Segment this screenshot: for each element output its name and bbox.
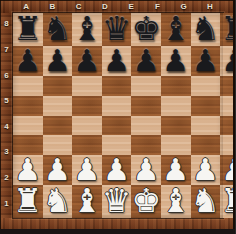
- piece-black-bishop-c8[interactable]: ♝: [72, 12, 102, 45]
- piece-white-rook-h1[interactable]: ♜: [220, 184, 235, 217]
- square-f4[interactable]: [161, 116, 191, 136]
- piece-white-pawn-e2[interactable]: ♟: [133, 155, 160, 185]
- square-c1[interactable]: ♝: [72, 185, 102, 218]
- square-h3[interactable]: [220, 135, 235, 155]
- square-c7[interactable]: ♟: [72, 46, 102, 76]
- piece-black-pawn-f7[interactable]: ♟: [162, 46, 189, 76]
- piece-black-king-e8[interactable]: ♚: [131, 12, 161, 45]
- square-f7[interactable]: ♟: [161, 46, 191, 76]
- rank-label-6: 6: [0, 62, 13, 88]
- rank-label-1: 1: [0, 190, 13, 216]
- board-frame-bottom: [0, 218, 235, 234]
- file-labels: ABCDEFGH: [13, 0, 223, 13]
- square-f5[interactable]: [161, 96, 191, 116]
- square-f8[interactable]: ♝: [161, 13, 191, 46]
- square-b3[interactable]: [43, 135, 73, 155]
- square-a5[interactable]: [13, 96, 43, 116]
- piece-white-pawn-h2[interactable]: ♟: [222, 155, 236, 185]
- file-label-f: F: [144, 0, 170, 13]
- piece-black-pawn-e7[interactable]: ♟: [133, 46, 160, 76]
- piece-white-rook-a1[interactable]: ♜: [13, 184, 43, 217]
- square-b1[interactable]: ♞: [43, 185, 73, 218]
- rank-label-7: 7: [0, 37, 13, 63]
- square-b5[interactable]: [43, 96, 73, 116]
- piece-black-rook-a8[interactable]: ♜: [13, 12, 43, 45]
- piece-black-pawn-b7[interactable]: ♟: [44, 46, 71, 76]
- chess-board-widget: ABCDEFGH 87654321 ♜♞♝♛♚♝♞♜♟♟♟♟♟♟♟♟♟♟♟♟♟♟…: [0, 0, 235, 234]
- square-h5[interactable]: [220, 96, 235, 116]
- file-label-c: C: [66, 0, 92, 13]
- square-e5[interactable]: [131, 96, 161, 116]
- piece-white-pawn-g2[interactable]: ♟: [192, 155, 219, 185]
- piece-black-rook-h8[interactable]: ♜: [220, 12, 235, 45]
- square-e2[interactable]: ♟: [131, 155, 161, 185]
- square-d1[interactable]: ♛: [102, 185, 132, 218]
- square-h1[interactable]: ♜: [220, 185, 235, 218]
- square-d5[interactable]: [102, 96, 132, 116]
- square-a1[interactable]: ♜: [13, 185, 43, 218]
- square-f1[interactable]: ♝: [161, 185, 191, 218]
- piece-white-knight-b1[interactable]: ♞: [43, 184, 73, 217]
- square-d3[interactable]: [102, 135, 132, 155]
- square-e4[interactable]: [131, 116, 161, 136]
- square-h8[interactable]: ♜: [220, 13, 235, 46]
- square-a8[interactable]: ♜: [13, 13, 43, 46]
- square-c3[interactable]: [72, 135, 102, 155]
- file-label-h: H: [197, 0, 223, 13]
- piece-black-pawn-a7[interactable]: ♟: [14, 46, 41, 76]
- piece-white-pawn-d2[interactable]: ♟: [103, 155, 130, 185]
- square-e7[interactable]: ♟: [131, 46, 161, 76]
- file-label-g: G: [171, 0, 197, 13]
- square-c5[interactable]: [72, 96, 102, 116]
- square-a4[interactable]: [13, 116, 43, 136]
- square-g2[interactable]: ♟: [191, 155, 221, 185]
- square-d4[interactable]: [102, 116, 132, 136]
- rank-labels: 87654321: [0, 13, 13, 218]
- chess-board: ♜♞♝♛♚♝♞♜♟♟♟♟♟♟♟♟♟♟♟♟♟♟♟♟♜♞♝♛♚♝♞♜: [13, 13, 223, 218]
- square-a2[interactable]: ♟: [13, 155, 43, 185]
- square-d8[interactable]: ♛: [102, 13, 132, 46]
- piece-white-queen-d1[interactable]: ♛: [102, 184, 132, 217]
- square-a6[interactable]: [13, 76, 43, 96]
- piece-black-bishop-f8[interactable]: ♝: [161, 12, 191, 45]
- rank-label-5: 5: [0, 88, 13, 114]
- piece-black-knight-b8[interactable]: ♞: [43, 12, 73, 45]
- square-b2[interactable]: ♟: [43, 155, 73, 185]
- piece-white-pawn-f2[interactable]: ♟: [162, 155, 189, 185]
- piece-white-king-e1[interactable]: ♚: [131, 184, 161, 217]
- piece-white-knight-g1[interactable]: ♞: [191, 184, 221, 217]
- rank-label-3: 3: [0, 139, 13, 165]
- square-g3[interactable]: [191, 135, 221, 155]
- square-g5[interactable]: [191, 96, 221, 116]
- square-h4[interactable]: [220, 116, 235, 136]
- piece-black-pawn-g7[interactable]: ♟: [192, 46, 219, 76]
- square-g1[interactable]: ♞: [191, 185, 221, 218]
- piece-black-pawn-d7[interactable]: ♟: [103, 46, 130, 76]
- piece-black-pawn-h7[interactable]: ♟: [222, 46, 236, 76]
- rank-label-2: 2: [0, 165, 13, 191]
- piece-white-pawn-b2[interactable]: ♟: [44, 155, 71, 185]
- square-h2[interactable]: ♟: [220, 155, 235, 185]
- square-f3[interactable]: [161, 135, 191, 155]
- square-d2[interactable]: ♟: [102, 155, 132, 185]
- piece-white-pawn-c2[interactable]: ♟: [74, 155, 101, 185]
- file-label-a: A: [13, 0, 39, 13]
- piece-white-bishop-f1[interactable]: ♝: [161, 184, 191, 217]
- square-c6[interactable]: [72, 76, 102, 96]
- square-e1[interactable]: ♚: [131, 185, 161, 218]
- square-a7[interactable]: ♟: [13, 46, 43, 76]
- piece-white-pawn-a2[interactable]: ♟: [14, 155, 41, 185]
- file-label-d: D: [92, 0, 118, 13]
- square-d7[interactable]: ♟: [102, 46, 132, 76]
- square-c8[interactable]: ♝: [72, 13, 102, 46]
- square-b4[interactable]: [43, 116, 73, 136]
- square-g8[interactable]: ♞: [191, 13, 221, 46]
- square-b7[interactable]: ♟: [43, 46, 73, 76]
- square-h6[interactable]: [220, 76, 235, 96]
- square-h7[interactable]: ♟: [220, 46, 235, 76]
- square-b8[interactable]: ♞: [43, 13, 73, 46]
- square-f6[interactable]: [161, 76, 191, 96]
- square-e3[interactable]: [131, 135, 161, 155]
- square-d6[interactable]: [102, 76, 132, 96]
- square-c4[interactable]: [72, 116, 102, 136]
- square-b6[interactable]: [43, 76, 73, 96]
- square-g4[interactable]: [191, 116, 221, 136]
- square-f2[interactable]: ♟: [161, 155, 191, 185]
- file-label-b: B: [39, 0, 65, 13]
- square-a3[interactable]: [13, 135, 43, 155]
- piece-white-bishop-c1[interactable]: ♝: [72, 184, 102, 217]
- rank-label-8: 8: [0, 11, 13, 37]
- rank-label-4: 4: [0, 114, 13, 140]
- square-g6[interactable]: [191, 76, 221, 96]
- square-e8[interactable]: ♚: [131, 13, 161, 46]
- file-label-e: E: [118, 0, 144, 13]
- piece-black-knight-g8[interactable]: ♞: [191, 12, 221, 45]
- square-c2[interactable]: ♟: [72, 155, 102, 185]
- square-e6[interactable]: [131, 76, 161, 96]
- piece-black-pawn-c7[interactable]: ♟: [74, 46, 101, 76]
- square-g7[interactable]: ♟: [191, 46, 221, 76]
- piece-black-queen-d8[interactable]: ♛: [102, 12, 132, 45]
